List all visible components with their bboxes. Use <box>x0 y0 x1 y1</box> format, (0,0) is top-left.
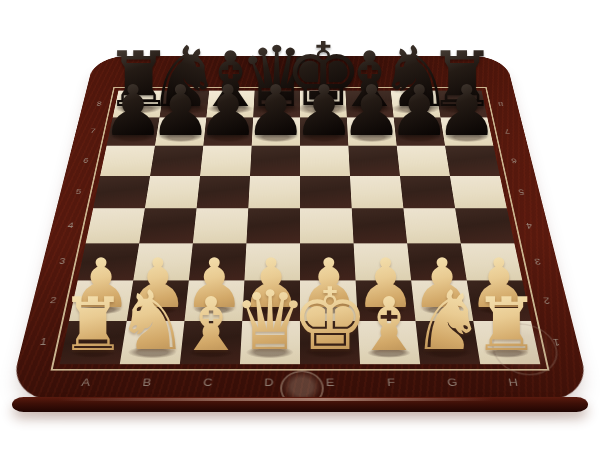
square-b7 <box>155 117 206 145</box>
square-f6 <box>348 146 400 176</box>
square-b1 <box>120 321 185 365</box>
square-h8 <box>436 91 487 118</box>
square-h3 <box>461 243 523 280</box>
board-grid <box>60 91 541 365</box>
square-e5 <box>300 176 352 208</box>
square-d3 <box>244 243 300 280</box>
chess-board: 87654321 87654321 ABCDEFGH <box>8 56 592 400</box>
square-e6 <box>300 146 350 176</box>
square-f2 <box>356 280 416 320</box>
coordinate-label: 7 <box>72 117 112 145</box>
coordinate-label: 4 <box>48 208 93 243</box>
square-h2 <box>467 280 531 320</box>
square-d4 <box>246 208 300 243</box>
square-b8 <box>160 91 210 118</box>
coordinate-label: 5 <box>500 176 544 208</box>
square-h5 <box>450 176 507 208</box>
square-d2 <box>242 280 300 320</box>
square-g2 <box>411 280 473 320</box>
coordinate-label: 7 <box>487 117 527 145</box>
square-b2 <box>127 280 189 320</box>
coordinate-label: 3 <box>38 243 85 280</box>
square-c3 <box>189 243 247 280</box>
coordinate-label: A <box>53 367 120 398</box>
coordinate-label: 5 <box>56 176 100 208</box>
coordinate-label: 3 <box>514 243 561 280</box>
coordinate-label: 4 <box>507 208 552 243</box>
square-e2 <box>300 280 358 320</box>
square-c7 <box>203 117 253 145</box>
square-f3 <box>354 243 412 280</box>
square-f7 <box>347 117 397 145</box>
board-front-edge <box>12 397 588 412</box>
square-g3 <box>407 243 467 280</box>
square-c4 <box>193 208 248 243</box>
square-g7 <box>394 117 445 145</box>
square-h7 <box>440 117 493 145</box>
square-d5 <box>248 176 300 208</box>
square-b5 <box>145 176 200 208</box>
square-a8 <box>113 91 164 118</box>
square-b3 <box>133 243 193 280</box>
chess-set-photo: 87654321 87654321 ABCDEFGH ♜♞♝♛♚♝♞♜♟♟♟♟♟… <box>0 0 600 450</box>
square-a4 <box>86 208 145 243</box>
square-e4 <box>300 208 354 243</box>
coordinate-label: 2 <box>522 280 572 320</box>
square-c6 <box>200 146 252 176</box>
square-b6 <box>150 146 203 176</box>
square-f5 <box>350 176 403 208</box>
square-d6 <box>250 146 300 176</box>
square-a6 <box>100 146 155 176</box>
square-d1 <box>240 321 300 365</box>
coordinate-label: C <box>176 367 240 398</box>
square-g1 <box>415 321 480 365</box>
square-e3 <box>300 243 356 280</box>
square-h4 <box>455 208 514 243</box>
square-g6 <box>397 146 450 176</box>
coordinate-label: 6 <box>65 146 107 176</box>
square-a5 <box>93 176 150 208</box>
square-c1 <box>180 321 242 365</box>
square-h6 <box>445 146 500 176</box>
square-c8 <box>206 91 254 118</box>
square-g5 <box>400 176 455 208</box>
coordinate-label: B <box>114 367 179 398</box>
square-g8 <box>391 91 441 118</box>
square-a7 <box>107 117 160 145</box>
square-c2 <box>185 280 245 320</box>
square-c5 <box>197 176 250 208</box>
coordinate-label: G <box>420 367 485 398</box>
square-d8 <box>253 91 300 118</box>
coordinate-label: F <box>360 367 424 398</box>
square-g4 <box>403 208 460 243</box>
square-e1 <box>300 321 360 365</box>
coordinate-label: 8 <box>79 91 118 118</box>
square-b4 <box>139 208 196 243</box>
square-e8 <box>300 91 347 118</box>
square-f8 <box>345 91 393 118</box>
coordinate-label: 6 <box>493 146 535 176</box>
square-a1 <box>60 321 127 365</box>
coordinate-label: 8 <box>482 91 521 118</box>
square-f1 <box>358 321 420 365</box>
square-d7 <box>252 117 300 145</box>
square-a3 <box>78 243 140 280</box>
square-a2 <box>69 280 133 320</box>
square-e7 <box>300 117 348 145</box>
square-f4 <box>352 208 407 243</box>
coordinate-label: 2 <box>28 280 78 320</box>
